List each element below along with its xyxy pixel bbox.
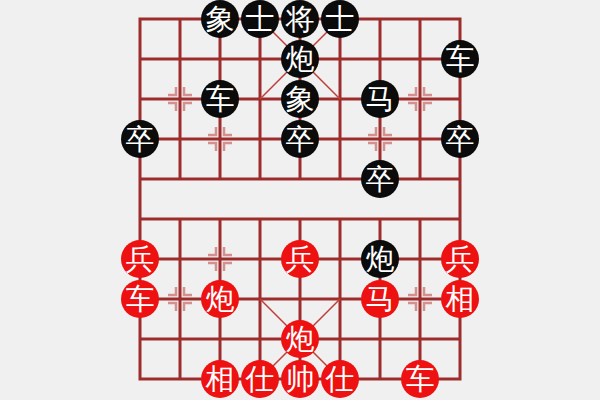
- board-point-4-4: [280, 159, 320, 199]
- piece-red-cannon[interactable]: 炮: [281, 320, 319, 358]
- board-point-3-8: [240, 319, 280, 359]
- board-point-4-7: [280, 279, 320, 319]
- piece-black-advisor[interactable]: 士: [241, 0, 279, 38]
- board-point-8-4: [440, 159, 480, 199]
- board-point-0-6: 兵: [120, 239, 160, 279]
- board-point-3-1: [240, 39, 280, 79]
- piece-red-elephant[interactable]: 相: [441, 280, 479, 318]
- board-point-7-4: [400, 159, 440, 199]
- board-point-7-3: [400, 119, 440, 159]
- board-point-2-2: 车: [200, 79, 240, 119]
- board-point-5-9: 仕: [320, 359, 360, 399]
- board-point-0-5: [120, 199, 160, 239]
- board-point-2-0: 象: [200, 0, 240, 39]
- piece-black-elephant[interactable]: 象: [201, 0, 239, 38]
- piece-red-king[interactable]: 帅: [281, 360, 319, 398]
- board-point-4-8: 炮: [280, 319, 320, 359]
- board-point-6-3: [360, 119, 400, 159]
- board-point-1-2: [160, 79, 200, 119]
- piece-black-cannon[interactable]: 炮: [281, 40, 319, 78]
- board-point-5-3: [320, 119, 360, 159]
- piece-red-soldier[interactable]: 兵: [441, 240, 479, 278]
- piece-black-chariot[interactable]: 车: [201, 80, 239, 118]
- board-point-1-7: [160, 279, 200, 319]
- piece-red-cannon[interactable]: 炮: [201, 280, 239, 318]
- board-point-3-7: [240, 279, 280, 319]
- board-point-4-5: [280, 199, 320, 239]
- board-point-1-3: [160, 119, 200, 159]
- piece-black-chariot[interactable]: 车: [441, 40, 479, 78]
- board-point-5-6: [320, 239, 360, 279]
- board-point-6-2: 马: [360, 79, 400, 119]
- board-point-0-7: 车: [120, 279, 160, 319]
- board-point-7-7: [400, 279, 440, 319]
- board-point-6-5: [360, 199, 400, 239]
- piece-red-chariot[interactable]: 车: [401, 360, 439, 398]
- board-point-8-1: 车: [440, 39, 480, 79]
- board-grid: 象士将士炮车车象马卒卒卒卒兵兵炮兵车炮马相炮相仕帅仕车: [120, 0, 480, 399]
- board-point-8-5: [440, 199, 480, 239]
- piece-black-horse[interactable]: 马: [361, 80, 399, 118]
- board-point-6-9: [360, 359, 400, 399]
- piece-red-soldier[interactable]: 兵: [281, 240, 319, 278]
- board-point-4-9: 帅: [280, 359, 320, 399]
- board-point-1-8: [160, 319, 200, 359]
- board-point-6-7: 马: [360, 279, 400, 319]
- board-point-1-6: [160, 239, 200, 279]
- board-point-0-1: [120, 39, 160, 79]
- board-point-8-8: [440, 319, 480, 359]
- board-point-5-4: [320, 159, 360, 199]
- board-point-0-2: [120, 79, 160, 119]
- piece-red-elephant[interactable]: 相: [201, 360, 239, 398]
- board-point-5-7: [320, 279, 360, 319]
- piece-black-soldier[interactable]: 卒: [121, 120, 159, 158]
- board-point-2-7: 炮: [200, 279, 240, 319]
- board-point-2-4: [200, 159, 240, 199]
- board-point-3-9: 仕: [240, 359, 280, 399]
- board-point-4-6: 兵: [280, 239, 320, 279]
- piece-red-horse[interactable]: 马: [361, 280, 399, 318]
- board-point-0-9: [120, 359, 160, 399]
- board-point-4-3: 卒: [280, 119, 320, 159]
- piece-black-soldier[interactable]: 卒: [281, 120, 319, 158]
- xiangqi-board: 象士将士炮车车象马卒卒卒卒兵兵炮兵车炮马相炮相仕帅仕车: [0, 0, 600, 400]
- board-point-0-8: [120, 319, 160, 359]
- piece-red-soldier[interactable]: 兵: [121, 240, 159, 278]
- piece-red-advisor[interactable]: 仕: [241, 360, 279, 398]
- board-point-1-9: [160, 359, 200, 399]
- board-point-2-3: [200, 119, 240, 159]
- board-point-8-9: [440, 359, 480, 399]
- board-point-1-4: [160, 159, 200, 199]
- board-point-5-0: 士: [320, 0, 360, 39]
- board-point-8-3: 卒: [440, 119, 480, 159]
- board-point-8-0: [440, 0, 480, 39]
- board-point-8-7: 相: [440, 279, 480, 319]
- board-point-6-1: [360, 39, 400, 79]
- board-point-2-1: [200, 39, 240, 79]
- piece-black-soldier[interactable]: 卒: [361, 160, 399, 198]
- board-point-7-6: [400, 239, 440, 279]
- board-point-3-3: [240, 119, 280, 159]
- board-point-6-0: [360, 0, 400, 39]
- board-point-7-9: 车: [400, 359, 440, 399]
- board-point-4-0: 将: [280, 0, 320, 39]
- board-point-0-4: [120, 159, 160, 199]
- piece-black-king[interactable]: 将: [281, 0, 319, 38]
- board-point-2-5: [200, 199, 240, 239]
- board-point-3-6: [240, 239, 280, 279]
- board-point-6-6: 炮: [360, 239, 400, 279]
- board-point-2-8: [200, 319, 240, 359]
- piece-red-chariot[interactable]: 车: [121, 280, 159, 318]
- board-point-7-2: [400, 79, 440, 119]
- board-point-3-2: [240, 79, 280, 119]
- board-point-5-8: [320, 319, 360, 359]
- board-point-2-9: 相: [200, 359, 240, 399]
- board-point-3-5: [240, 199, 280, 239]
- board-point-3-0: 士: [240, 0, 280, 39]
- board-point-5-2: [320, 79, 360, 119]
- board-point-1-5: [160, 199, 200, 239]
- board-point-1-0: [160, 0, 200, 39]
- board-point-6-8: [360, 319, 400, 359]
- board-point-3-4: [240, 159, 280, 199]
- board-point-5-5: [320, 199, 360, 239]
- piece-black-advisor[interactable]: 士: [321, 0, 359, 38]
- piece-black-elephant[interactable]: 象: [281, 80, 319, 118]
- board-point-5-1: [320, 39, 360, 79]
- board-point-4-2: 象: [280, 79, 320, 119]
- board-point-7-1: [400, 39, 440, 79]
- board-point-6-4: 卒: [360, 159, 400, 199]
- piece-red-advisor[interactable]: 仕: [321, 360, 359, 398]
- piece-black-soldier[interactable]: 卒: [441, 120, 479, 158]
- board-point-8-2: [440, 79, 480, 119]
- board-point-7-8: [400, 319, 440, 359]
- board-point-7-5: [400, 199, 440, 239]
- board-point-0-3: 卒: [120, 119, 160, 159]
- board-point-4-1: 炮: [280, 39, 320, 79]
- board-point-0-0: [120, 0, 160, 39]
- board-point-2-6: [200, 239, 240, 279]
- board-point-8-6: 兵: [440, 239, 480, 279]
- board-point-1-1: [160, 39, 200, 79]
- board-point-7-0: [400, 0, 440, 39]
- piece-black-cannon[interactable]: 炮: [361, 240, 399, 278]
